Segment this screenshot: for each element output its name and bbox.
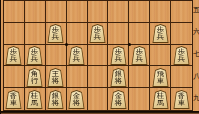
piece-kanji: 王将 <box>48 69 63 86</box>
rank-label-7: 七 <box>193 48 199 62</box>
piece-kanji: 銀将 <box>111 69 126 86</box>
rank-label-8: 八 <box>193 70 199 84</box>
hoshi-star-point <box>65 43 68 46</box>
hoshi-star-point <box>128 43 131 46</box>
board-cell[interactable] <box>108 23 129 45</box>
board-cell[interactable] <box>171 23 192 45</box>
board-cell[interactable] <box>25 1 46 23</box>
board-cell[interactable] <box>67 23 88 45</box>
board-cell[interactable] <box>25 23 46 45</box>
piece-kanji: 歩兵 <box>6 47 21 64</box>
piece-kanji: 歩兵 <box>153 25 168 42</box>
board-cell[interactable] <box>108 1 129 23</box>
piece-kanji: 歩兵 <box>90 25 105 42</box>
board-cell[interactable] <box>4 23 25 45</box>
piece-kanji: 桂馬 <box>27 91 42 108</box>
board-cell[interactable] <box>88 88 109 110</box>
board-cell[interactable] <box>129 66 150 88</box>
piece-kanji: 歩兵 <box>132 47 147 64</box>
piece-kanji: 歩兵 <box>111 47 126 64</box>
piece-kanji: 銀将 <box>48 91 63 108</box>
board-cell[interactable] <box>88 45 109 67</box>
rank-label-column: 五六七八九 <box>193 0 199 111</box>
board-cell[interactable] <box>67 1 88 23</box>
piece-kanji: 歩兵 <box>27 47 42 64</box>
board-bottom-edge <box>1 111 199 114</box>
board-cell[interactable] <box>150 1 171 23</box>
board-cell[interactable] <box>4 66 25 88</box>
rank-label-5: 五 <box>193 4 199 18</box>
board-cell[interactable] <box>150 45 171 67</box>
piece-kanji: 桂馬 <box>153 91 168 108</box>
board-cell[interactable] <box>171 66 192 88</box>
board-cell[interactable] <box>88 66 109 88</box>
piece-kanji: 金将 <box>69 91 84 108</box>
piece-kanji: 歩兵 <box>69 47 84 64</box>
board-cell[interactable] <box>88 1 109 23</box>
piece-kanji: 歩兵 <box>48 25 63 42</box>
board-cell[interactable] <box>4 1 25 23</box>
board-cell[interactable] <box>129 1 150 23</box>
board-cell[interactable] <box>171 1 192 23</box>
piece-kanji: 角行 <box>27 69 42 86</box>
piece-kanji: 香車 <box>174 91 189 108</box>
rank-label-6: 六 <box>193 26 199 40</box>
piece-kanji: 飛車 <box>153 69 168 86</box>
board-cell[interactable] <box>129 23 150 45</box>
board-cell[interactable] <box>46 1 67 23</box>
board-cell[interactable] <box>67 66 88 88</box>
piece-kanji: 香車 <box>6 91 21 108</box>
piece-kanji: 歩兵 <box>174 47 189 64</box>
board-cell[interactable] <box>129 88 150 110</box>
shogi-app-window: 歩兵歩兵歩兵歩兵歩兵歩兵歩兵歩兵歩兵角行王将銀将飛車香車桂馬銀将金将金将桂馬香車… <box>0 0 199 114</box>
piece-kanji: 金将 <box>111 91 126 108</box>
board-cell[interactable] <box>46 45 67 67</box>
rank-label-9: 九 <box>193 92 199 106</box>
